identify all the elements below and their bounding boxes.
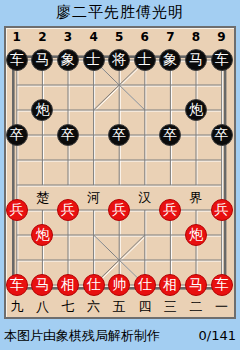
black-piece-卒: 卒 — [6, 124, 28, 146]
red-piece-炮: 炮 — [31, 224, 53, 246]
red-piece-仕: 仕 — [83, 274, 105, 296]
black-piece-象: 象 — [57, 49, 79, 71]
game-title: 廖二平先胜傅光明 — [0, 1, 240, 23]
black-piece-象: 象 — [159, 49, 181, 71]
coord-bottom-7: 三 — [158, 299, 184, 315]
coord-top-7: 7 — [158, 29, 184, 45]
coord-bottom-1: 九 — [4, 299, 30, 315]
black-piece-卒: 卒 — [159, 124, 181, 146]
coord-top-2: 2 — [30, 29, 56, 45]
bottom-coordinates: 九八七六五四三二一 — [4, 299, 235, 315]
coord-top-3: 3 — [55, 29, 81, 45]
black-piece-车: 车 — [6, 49, 28, 71]
black-piece-士: 士 — [83, 49, 105, 71]
coord-bottom-5: 五 — [106, 299, 132, 315]
red-piece-兵: 兵 — [211, 199, 233, 221]
coord-bottom-3: 七 — [55, 299, 81, 315]
black-piece-马: 马 — [185, 49, 207, 71]
red-piece-相: 相 — [159, 274, 181, 296]
red-piece-车: 车 — [6, 274, 28, 296]
red-piece-炮: 炮 — [185, 224, 207, 246]
coord-bottom-8: 二 — [183, 299, 209, 315]
coord-top-1: 1 — [4, 29, 30, 45]
top-coordinates: 123456789 — [4, 29, 235, 45]
coord-top-8: 8 — [183, 29, 209, 45]
black-piece-炮: 炮 — [185, 99, 207, 121]
coord-bottom-4: 六 — [81, 299, 107, 315]
coord-top-6: 6 — [132, 29, 158, 45]
coord-top-5: 5 — [106, 29, 132, 45]
red-piece-马: 马 — [31, 274, 53, 296]
black-piece-卒: 卒 — [211, 124, 233, 146]
black-piece-士: 士 — [134, 49, 156, 71]
black-piece-卒: 卒 — [108, 124, 130, 146]
red-piece-兵: 兵 — [108, 199, 130, 221]
red-piece-仕: 仕 — [134, 274, 156, 296]
coord-bottom-2: 八 — [30, 299, 56, 315]
red-piece-马: 马 — [185, 274, 207, 296]
coord-bottom-6: 四 — [132, 299, 158, 315]
red-piece-兵: 兵 — [6, 199, 28, 221]
red-piece-相: 相 — [57, 274, 79, 296]
coord-top-4: 4 — [81, 29, 107, 45]
black-piece-将: 将 — [108, 49, 130, 71]
red-piece-车: 车 — [211, 274, 233, 296]
black-piece-马: 马 — [31, 49, 53, 71]
red-piece-帅: 帅 — [108, 274, 130, 296]
credit-text: 本图片由象棋残局解析制作 — [4, 325, 160, 347]
xiangqi-board: 123456789 楚河汉界 车马象士将士象马车炮炮卒卒卒卒卒兵兵兵兵兵炮炮车马… — [4, 26, 236, 319]
black-piece-卒: 卒 — [57, 124, 79, 146]
coord-bottom-9: 一 — [209, 299, 235, 315]
coord-top-9: 9 — [209, 29, 235, 45]
black-piece-炮: 炮 — [31, 99, 53, 121]
move-counter: 0/141 — [199, 325, 236, 347]
footer: 本图片由象棋残局解析制作 0/141 — [0, 325, 240, 347]
black-piece-车: 车 — [211, 49, 233, 71]
red-piece-兵: 兵 — [57, 199, 79, 221]
red-piece-兵: 兵 — [159, 199, 181, 221]
board-grid: 车马象士将士象马车炮炮卒卒卒卒卒兵兵兵兵兵炮炮车马相仕帅仕相马车 — [4, 48, 235, 298]
